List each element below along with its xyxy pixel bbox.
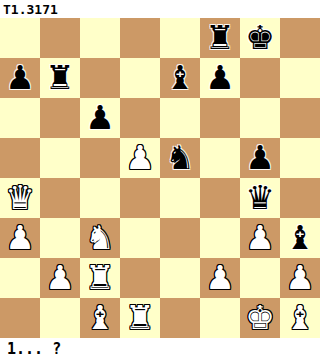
square-b4[interactable] xyxy=(40,178,80,218)
square-f2[interactable]: ♟ xyxy=(200,258,240,298)
black-rook[interactable]: ♜ xyxy=(205,18,235,58)
square-h3[interactable]: ♝ xyxy=(280,218,320,258)
square-g1[interactable]: ♚ xyxy=(240,298,280,338)
square-b7[interactable]: ♜ xyxy=(40,58,80,98)
square-d3[interactable] xyxy=(120,218,160,258)
black-rook[interactable]: ♜ xyxy=(45,58,75,98)
black-bishop[interactable]: ♝ xyxy=(165,58,195,98)
black-king[interactable]: ♚ xyxy=(245,18,275,58)
square-e3[interactable] xyxy=(160,218,200,258)
black-pawn[interactable]: ♟ xyxy=(205,58,235,98)
square-f8[interactable]: ♜ xyxy=(200,18,240,58)
square-e5[interactable]: ♞ xyxy=(160,138,200,178)
square-b8[interactable] xyxy=(40,18,80,58)
square-a4[interactable]: ♛ xyxy=(0,178,40,218)
square-c2[interactable]: ♜ xyxy=(80,258,120,298)
square-d7[interactable] xyxy=(120,58,160,98)
square-f7[interactable]: ♟ xyxy=(200,58,240,98)
white-pawn[interactable]: ♟ xyxy=(5,218,35,258)
square-a1[interactable] xyxy=(0,298,40,338)
square-e4[interactable] xyxy=(160,178,200,218)
white-queen[interactable]: ♛ xyxy=(5,178,35,218)
square-f1[interactable] xyxy=(200,298,240,338)
square-b6[interactable] xyxy=(40,98,80,138)
white-pawn[interactable]: ♟ xyxy=(205,258,235,298)
black-pawn[interactable]: ♟ xyxy=(245,138,275,178)
square-g8[interactable]: ♚ xyxy=(240,18,280,58)
square-b2[interactable]: ♟ xyxy=(40,258,80,298)
square-e6[interactable] xyxy=(160,98,200,138)
square-c4[interactable] xyxy=(80,178,120,218)
square-c1[interactable]: ♝ xyxy=(80,298,120,338)
title-bar: T1.3171 xyxy=(0,0,320,18)
square-d5[interactable]: ♟ xyxy=(120,138,160,178)
square-d6[interactable] xyxy=(120,98,160,138)
square-h8[interactable] xyxy=(280,18,320,58)
black-pawn[interactable]: ♟ xyxy=(85,98,115,138)
white-pawn[interactable]: ♟ xyxy=(285,258,315,298)
square-e1[interactable] xyxy=(160,298,200,338)
black-knight[interactable]: ♞ xyxy=(165,138,195,178)
chess-diagram-window: T1.3171 ♜♚♟♜♝♟♟♟♞♟♛♛♟♞♟♝♟♜♟♟♝♜♚♝ 1... ? xyxy=(0,0,320,360)
square-d2[interactable] xyxy=(120,258,160,298)
square-g4[interactable]: ♛ xyxy=(240,178,280,218)
square-f6[interactable] xyxy=(200,98,240,138)
square-c6[interactable]: ♟ xyxy=(80,98,120,138)
status-bar: 1... ? xyxy=(0,338,320,360)
square-a3[interactable]: ♟ xyxy=(0,218,40,258)
square-f4[interactable] xyxy=(200,178,240,218)
square-f3[interactable] xyxy=(200,218,240,258)
square-a8[interactable] xyxy=(0,18,40,58)
move-prompt: 1... ? xyxy=(7,340,61,358)
white-king[interactable]: ♚ xyxy=(245,298,275,338)
chess-board[interactable]: ♜♚♟♜♝♟♟♟♞♟♛♛♟♞♟♝♟♜♟♟♝♜♚♝ xyxy=(0,18,320,338)
square-a7[interactable]: ♟ xyxy=(0,58,40,98)
square-a5[interactable] xyxy=(0,138,40,178)
white-bishop[interactable]: ♝ xyxy=(285,298,315,338)
black-bishop[interactable]: ♝ xyxy=(285,218,315,258)
square-c3[interactable]: ♞ xyxy=(80,218,120,258)
square-g2[interactable] xyxy=(240,258,280,298)
white-pawn[interactable]: ♟ xyxy=(245,218,275,258)
square-h6[interactable] xyxy=(280,98,320,138)
white-knight[interactable]: ♞ xyxy=(85,218,115,258)
square-b3[interactable] xyxy=(40,218,80,258)
square-e2[interactable] xyxy=(160,258,200,298)
puzzle-id: T1.3171 xyxy=(3,2,58,17)
square-g3[interactable]: ♟ xyxy=(240,218,280,258)
square-f5[interactable] xyxy=(200,138,240,178)
black-queen[interactable]: ♛ xyxy=(245,178,275,218)
square-b1[interactable] xyxy=(40,298,80,338)
square-g6[interactable] xyxy=(240,98,280,138)
square-e7[interactable]: ♝ xyxy=(160,58,200,98)
square-c7[interactable] xyxy=(80,58,120,98)
square-e8[interactable] xyxy=(160,18,200,58)
square-h7[interactable] xyxy=(280,58,320,98)
black-pawn[interactable]: ♟ xyxy=(5,58,35,98)
square-g7[interactable] xyxy=(240,58,280,98)
square-h5[interactable] xyxy=(280,138,320,178)
square-a2[interactable] xyxy=(0,258,40,298)
square-c5[interactable] xyxy=(80,138,120,178)
square-b5[interactable] xyxy=(40,138,80,178)
white-bishop[interactable]: ♝ xyxy=(85,298,115,338)
square-h2[interactable]: ♟ xyxy=(280,258,320,298)
square-h4[interactable] xyxy=(280,178,320,218)
square-h1[interactable]: ♝ xyxy=(280,298,320,338)
square-g5[interactable]: ♟ xyxy=(240,138,280,178)
square-c8[interactable] xyxy=(80,18,120,58)
square-d8[interactable] xyxy=(120,18,160,58)
white-rook[interactable]: ♜ xyxy=(85,258,115,298)
white-rook[interactable]: ♜ xyxy=(125,298,155,338)
square-d1[interactable]: ♜ xyxy=(120,298,160,338)
white-pawn[interactable]: ♟ xyxy=(125,138,155,178)
square-a6[interactable] xyxy=(0,98,40,138)
square-d4[interactable] xyxy=(120,178,160,218)
white-pawn[interactable]: ♟ xyxy=(45,258,75,298)
